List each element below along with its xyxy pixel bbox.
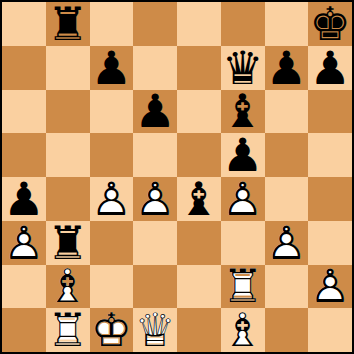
pawn-glyph-outline: ♙ bbox=[2, 221, 46, 265]
square-d1[interactable]: ♛♕ bbox=[133, 308, 177, 352]
piece-white-pawn[interactable]: ♟♙ bbox=[2, 221, 46, 265]
square-c3[interactable] bbox=[90, 221, 134, 265]
square-e7[interactable] bbox=[177, 46, 221, 90]
square-e1[interactable] bbox=[177, 308, 221, 352]
pawn-glyph-outline: ♙ bbox=[90, 177, 134, 221]
square-f2[interactable]: ♜♖ bbox=[221, 265, 265, 309]
square-b7[interactable] bbox=[46, 46, 90, 90]
piece-black-pawn[interactable]: ♟ bbox=[133, 90, 177, 134]
bishop-glyph-outline: ♗ bbox=[221, 308, 265, 352]
king-glyph-outline: ♔ bbox=[90, 308, 134, 352]
square-e3[interactable] bbox=[177, 221, 221, 265]
piece-white-pawn[interactable]: ♟♙ bbox=[265, 221, 309, 265]
square-c8[interactable] bbox=[90, 2, 134, 46]
square-d7[interactable] bbox=[133, 46, 177, 90]
pawn-glyph-outline: ♙ bbox=[265, 221, 309, 265]
rook-glyph-base: ♜ bbox=[46, 2, 90, 46]
square-e2[interactable] bbox=[177, 265, 221, 309]
piece-black-rook[interactable]: ♜ bbox=[46, 221, 90, 265]
bishop-glyph-base: ♝ bbox=[221, 90, 265, 134]
square-b5[interactable] bbox=[46, 133, 90, 177]
square-f5[interactable]: ♟ bbox=[221, 133, 265, 177]
piece-white-pawn[interactable]: ♟♙ bbox=[308, 265, 352, 309]
square-h5[interactable] bbox=[308, 133, 352, 177]
square-h1[interactable] bbox=[308, 308, 352, 352]
square-a2[interactable] bbox=[2, 265, 46, 309]
square-a8[interactable] bbox=[2, 2, 46, 46]
square-b2[interactable]: ♝♗ bbox=[46, 265, 90, 309]
pawn-glyph-outline: ♙ bbox=[308, 265, 352, 309]
piece-white-bishop[interactable]: ♝♗ bbox=[46, 265, 90, 309]
piece-black-pawn[interactable]: ♟ bbox=[2, 177, 46, 221]
square-b6[interactable] bbox=[46, 90, 90, 134]
square-f6[interactable]: ♝ bbox=[221, 90, 265, 134]
square-b8[interactable]: ♜ bbox=[46, 2, 90, 46]
pawn-glyph-outline: ♙ bbox=[133, 177, 177, 221]
square-e6[interactable] bbox=[177, 90, 221, 134]
square-a7[interactable] bbox=[2, 46, 46, 90]
square-d6[interactable]: ♟ bbox=[133, 90, 177, 134]
piece-black-pawn[interactable]: ♟ bbox=[308, 46, 352, 90]
pawn-glyph-base: ♟ bbox=[308, 46, 352, 90]
piece-black-bishop[interactable]: ♝ bbox=[221, 90, 265, 134]
king-glyph-base: ♚ bbox=[308, 2, 352, 46]
square-f1[interactable]: ♝♗ bbox=[221, 308, 265, 352]
bishop-glyph-outline: ♗ bbox=[46, 265, 90, 309]
square-h8[interactable]: ♚ bbox=[308, 2, 352, 46]
square-d4[interactable]: ♟♙ bbox=[133, 177, 177, 221]
piece-black-bishop[interactable]: ♝ bbox=[177, 177, 221, 221]
queen-glyph-base: ♛ bbox=[221, 46, 265, 90]
rook-glyph-base: ♜ bbox=[46, 221, 90, 265]
piece-white-bishop[interactable]: ♝♗ bbox=[221, 308, 265, 352]
square-h6[interactable] bbox=[308, 90, 352, 134]
square-e8[interactable] bbox=[177, 2, 221, 46]
piece-black-pawn[interactable]: ♟ bbox=[265, 46, 309, 90]
square-g6[interactable] bbox=[265, 90, 309, 134]
square-b4[interactable] bbox=[46, 177, 90, 221]
square-d2[interactable] bbox=[133, 265, 177, 309]
piece-white-pawn[interactable]: ♟♙ bbox=[90, 177, 134, 221]
square-c6[interactable] bbox=[90, 90, 134, 134]
piece-white-rook[interactable]: ♜♖ bbox=[46, 308, 90, 352]
piece-black-pawn[interactable]: ♟ bbox=[90, 46, 134, 90]
piece-black-king[interactable]: ♚ bbox=[308, 2, 352, 46]
pawn-glyph-base: ♟ bbox=[221, 133, 265, 177]
square-c4[interactable]: ♟♙ bbox=[90, 177, 134, 221]
square-g8[interactable] bbox=[265, 2, 309, 46]
piece-white-king[interactable]: ♚♔ bbox=[90, 308, 134, 352]
bishop-glyph-base: ♝ bbox=[177, 177, 221, 221]
square-g2[interactable] bbox=[265, 265, 309, 309]
square-h3[interactable] bbox=[308, 221, 352, 265]
square-b1[interactable]: ♜♖ bbox=[46, 308, 90, 352]
square-g1[interactable] bbox=[265, 308, 309, 352]
square-h7[interactable]: ♟ bbox=[308, 46, 352, 90]
square-a4[interactable]: ♟ bbox=[2, 177, 46, 221]
square-g3[interactable]: ♟♙ bbox=[265, 221, 309, 265]
square-e5[interactable] bbox=[177, 133, 221, 177]
pawn-glyph-outline: ♙ bbox=[221, 177, 265, 221]
square-a1[interactable] bbox=[2, 308, 46, 352]
square-c7[interactable]: ♟ bbox=[90, 46, 134, 90]
square-e4[interactable]: ♝ bbox=[177, 177, 221, 221]
pawn-glyph-base: ♟ bbox=[265, 46, 309, 90]
pawn-glyph-base: ♟ bbox=[2, 177, 46, 221]
square-f3[interactable] bbox=[221, 221, 265, 265]
square-h4[interactable] bbox=[308, 177, 352, 221]
rook-glyph-outline: ♖ bbox=[221, 265, 265, 309]
square-f7[interactable]: ♛ bbox=[221, 46, 265, 90]
square-d5[interactable] bbox=[133, 133, 177, 177]
chess-board: ♜♚♟♛♟♟♟♝♟♟♟♙♟♙♝♟♙♟♙♜♟♙♝♗♜♖♟♙♜♖♚♔♛♕♝♗ bbox=[2, 2, 352, 352]
piece-white-pawn[interactable]: ♟♙ bbox=[133, 177, 177, 221]
queen-glyph-outline: ♕ bbox=[133, 308, 177, 352]
square-a6[interactable] bbox=[2, 90, 46, 134]
square-a5[interactable] bbox=[2, 133, 46, 177]
pawn-glyph-base: ♟ bbox=[133, 90, 177, 134]
piece-white-queen[interactable]: ♛♕ bbox=[133, 308, 177, 352]
square-f8[interactable] bbox=[221, 2, 265, 46]
square-f4[interactable]: ♟♙ bbox=[221, 177, 265, 221]
square-a3[interactable]: ♟♙ bbox=[2, 221, 46, 265]
piece-black-pawn[interactable]: ♟ bbox=[221, 133, 265, 177]
square-g7[interactable]: ♟ bbox=[265, 46, 309, 90]
square-d3[interactable] bbox=[133, 221, 177, 265]
piece-white-rook[interactable]: ♜♖ bbox=[221, 265, 265, 309]
square-c2[interactable] bbox=[90, 265, 134, 309]
square-g4[interactable] bbox=[265, 177, 309, 221]
piece-black-rook[interactable]: ♜ bbox=[46, 2, 90, 46]
square-d8[interactable] bbox=[133, 2, 177, 46]
pawn-glyph-base: ♟ bbox=[90, 46, 134, 90]
piece-white-pawn[interactable]: ♟♙ bbox=[221, 177, 265, 221]
square-b3[interactable]: ♜ bbox=[46, 221, 90, 265]
square-c5[interactable] bbox=[90, 133, 134, 177]
square-g5[interactable] bbox=[265, 133, 309, 177]
piece-black-queen[interactable]: ♛ bbox=[221, 46, 265, 90]
chess-board-frame: ♜♚♟♛♟♟♟♝♟♟♟♙♟♙♝♟♙♟♙♜♟♙♝♗♜♖♟♙♜♖♚♔♛♕♝♗ bbox=[0, 0, 354, 354]
square-c1[interactable]: ♚♔ bbox=[90, 308, 134, 352]
square-h2[interactable]: ♟♙ bbox=[308, 265, 352, 309]
rook-glyph-outline: ♖ bbox=[46, 308, 90, 352]
